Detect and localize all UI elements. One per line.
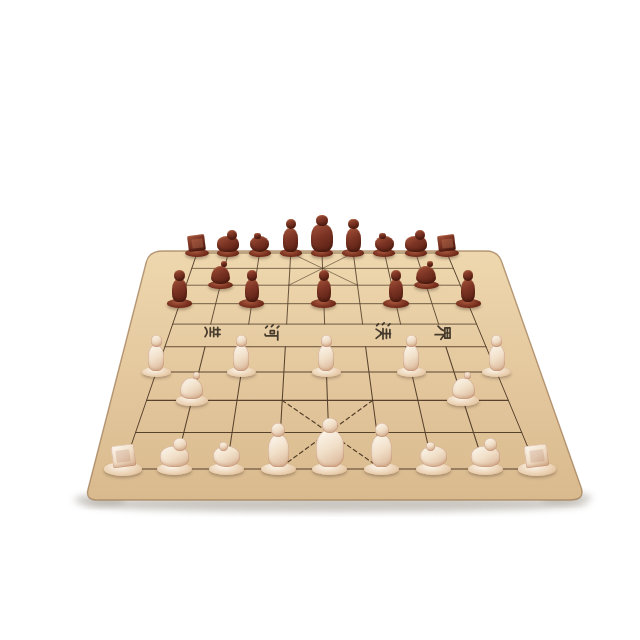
piece-body [461,279,476,302]
piece-box-panel [115,449,131,463]
xiangqi-board [0,0,640,640]
piece-box-panel [441,238,453,248]
piece-box-panel [191,238,203,248]
piece-body [389,279,404,302]
piece-head [463,270,474,281]
piece-head [391,270,402,281]
piece-head [316,215,328,227]
piece-body [311,224,332,252]
piece-body [148,345,164,371]
piece-bell [416,266,436,284]
piece-head [415,230,425,240]
piece-head [247,270,258,281]
piece-head [219,442,228,451]
piece-bell [211,266,231,284]
piece-head [254,233,261,240]
piece-body [471,446,500,467]
piece-body [403,345,419,371]
piece-box-panel [529,449,545,463]
piece-head [348,219,359,230]
piece-head [236,335,248,347]
piece-body [172,279,187,302]
piece-body [316,430,344,467]
piece-body [233,345,249,371]
piece-head [322,418,337,433]
piece-bell [452,378,475,399]
piece-body [346,228,361,252]
piece-head [151,335,163,347]
piece-body [283,228,298,252]
piece-head [173,438,187,452]
piece-head [174,270,185,281]
piece-body [371,435,392,467]
piece-head [375,423,389,437]
piece-body [317,279,332,302]
piece-head [227,230,237,240]
piece-head [379,233,386,240]
piece-head [426,442,435,451]
piece-body [318,345,334,371]
piece-head [321,335,333,347]
piece-head [319,270,330,281]
xiangqi-set-photo [0,0,640,640]
piece-body [268,435,289,467]
piece-body [245,279,260,302]
piece-head [491,335,503,347]
piece-head [406,335,418,347]
piece-body [489,345,505,371]
